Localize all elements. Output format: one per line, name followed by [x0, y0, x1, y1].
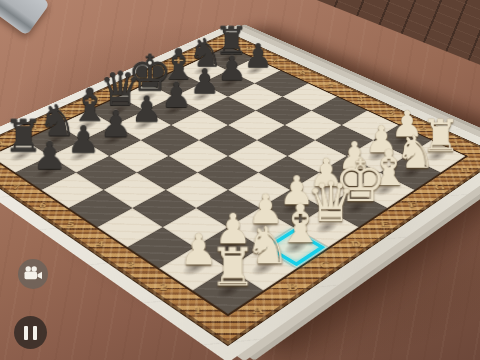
- board-scene: AABBCCDDEEFFGGHH1122334455667788 ♜♞♝♛♚♝♞…: [0, 0, 480, 360]
- piece-glyph: ♜: [185, 241, 280, 293]
- piece-glyph: ♟: [8, 137, 90, 175]
- file-label-near-D: D: [350, 238, 362, 249]
- pause-button[interactable]: [14, 316, 47, 349]
- game-screen: AABBCCDDEEFFGGHH1122334455667788 ♜♞♝♛♚♝♞…: [0, 0, 480, 360]
- camera-view-button[interactable]: [18, 259, 48, 289]
- pause-icon: [24, 326, 37, 340]
- video-camera-icon: [23, 266, 43, 283]
- chess-board[interactable]: AABBCCDDEEFFGGHH1122334455667788 ♜♞♝♛♚♝♞…: [0, 25, 480, 360]
